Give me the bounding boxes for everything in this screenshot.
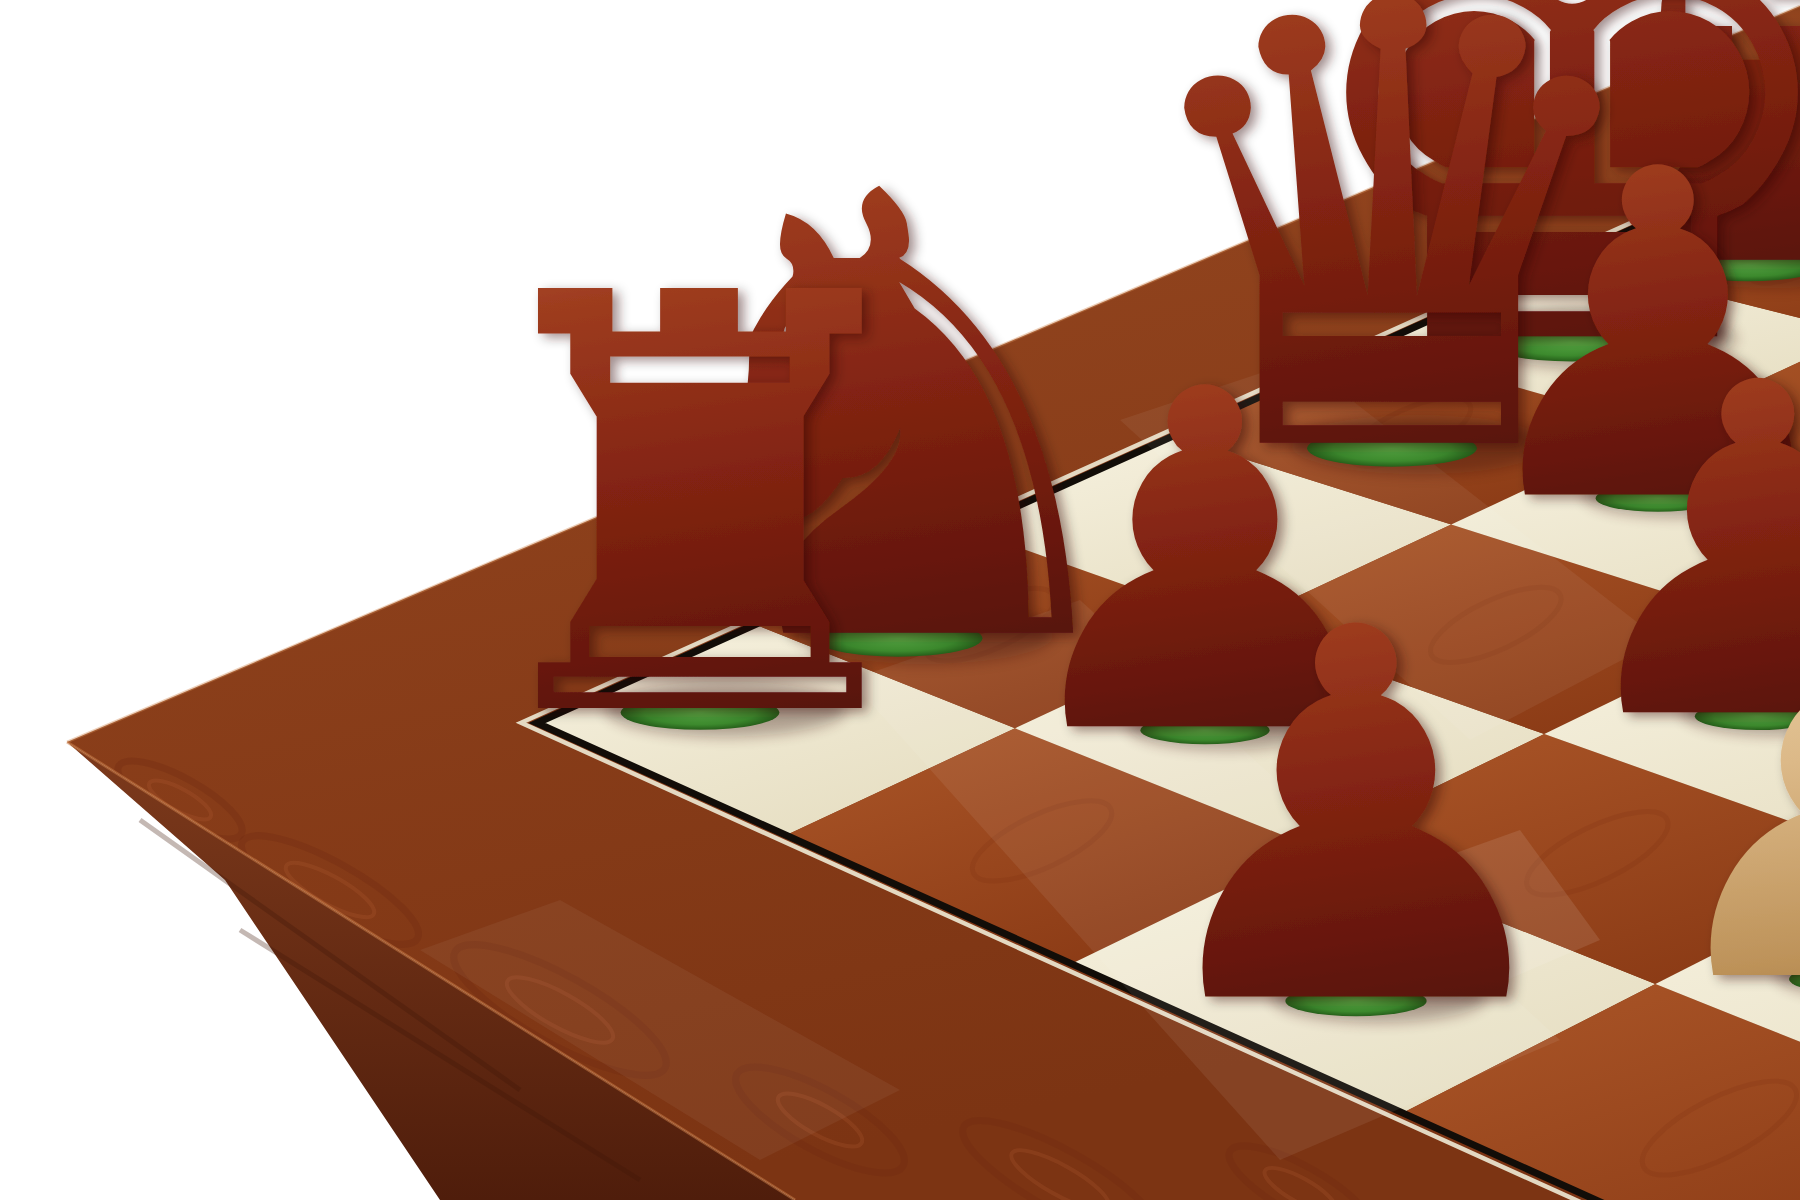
light-pawn-glyph: ♟ xyxy=(1639,525,1800,1089)
dark-pawn-glyph: ♟ xyxy=(1127,521,1586,1117)
board-photo-svg: ♝♚♛♟♞♜♟♟♟♟ xyxy=(0,0,1800,1200)
piece-dark-rook-a8: ♜ xyxy=(442,173,957,843)
dark-rook-glyph: ♜ xyxy=(442,173,957,843)
piece-light-pawn-b5: ♟ xyxy=(1639,525,1800,1089)
chessboard-photo: ♝♚♛♟♞♜♟♟♟♟ xyxy=(0,0,1800,1200)
piece-dark-pawn-a6: ♟ xyxy=(1127,521,1586,1117)
chess-photo-stage: ♝♚♛♟♞♜♟♟♟♟ xyxy=(0,0,1800,1200)
